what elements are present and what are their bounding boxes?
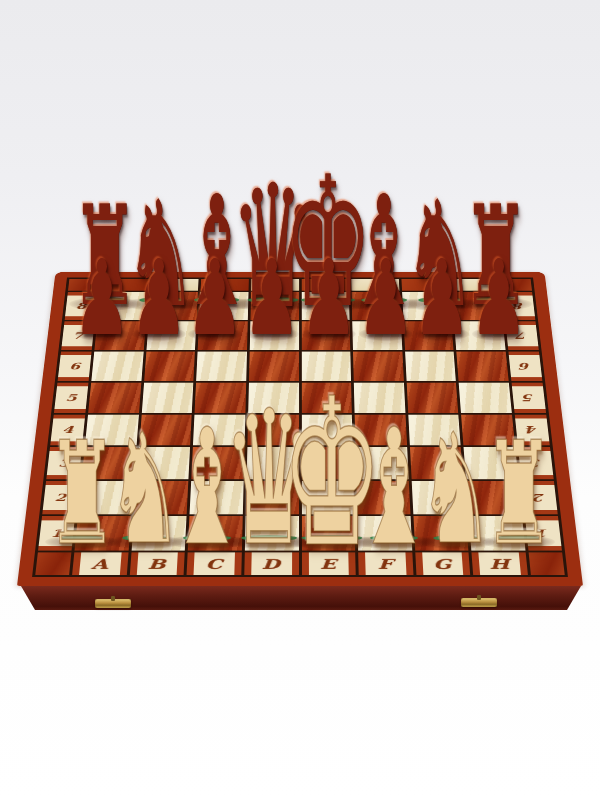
- rank-label-right-text: 6: [519, 361, 531, 372]
- piece-dark-pawn-b7[interactable]: ♟: [130, 246, 188, 350]
- piece-light-rook-h1[interactable]: ♜: [483, 423, 554, 565]
- hinge-left: [95, 599, 131, 608]
- piece-dark-pawn-a7[interactable]: ♟: [73, 246, 131, 350]
- rank-label-right-5: 5: [512, 382, 546, 412]
- rank-label-left-5: 5: [54, 382, 88, 412]
- piece-dark-pawn-c7[interactable]: ♟: [186, 246, 244, 350]
- piece-dark-pawn-e7[interactable]: ♟: [300, 246, 358, 350]
- piece-dark-pawn-g7[interactable]: ♟: [413, 246, 471, 350]
- photo-background: 8877665544332211ABCDEFGH ♜♞♝♛♚♝♞♜♟♟♟♟♟♟♟…: [0, 0, 600, 800]
- piece-dark-pawn-h7[interactable]: ♟: [470, 246, 528, 350]
- hinge-right: [461, 598, 497, 607]
- piece-dark-pawn-f7[interactable]: ♟: [357, 246, 415, 350]
- rank-label-right-text: 5: [523, 392, 535, 403]
- piece-dark-pawn-d7[interactable]: ♟: [243, 246, 301, 350]
